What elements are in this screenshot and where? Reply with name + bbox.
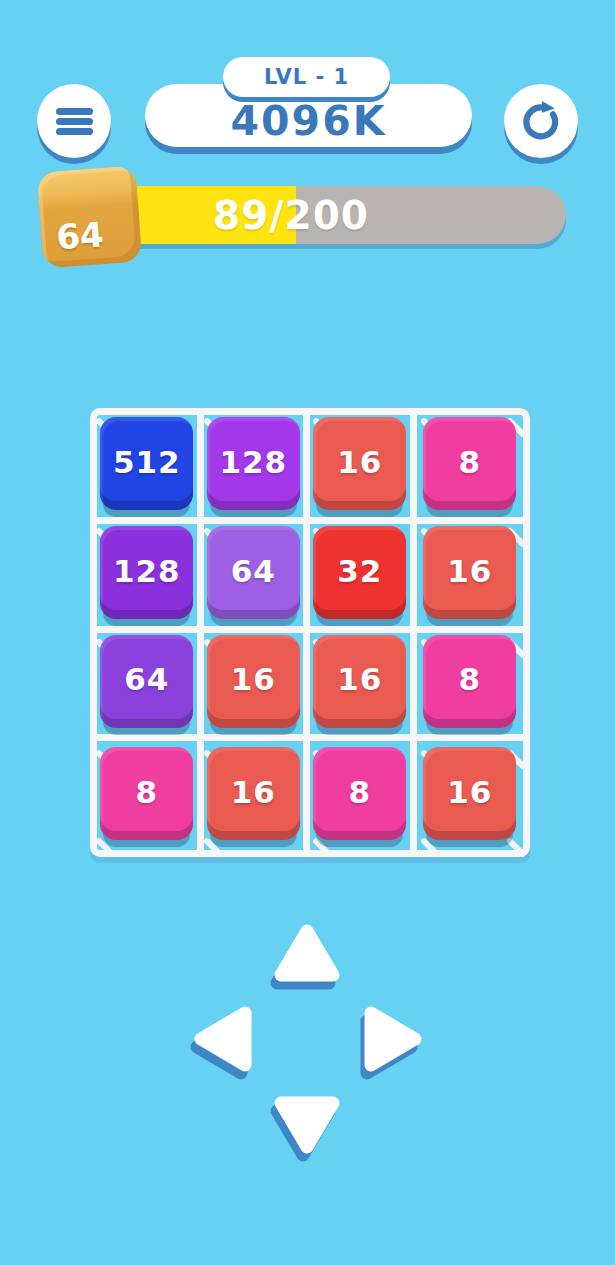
dpad-left-button[interactable] (189, 1003, 259, 1075)
hamburger-icon (56, 105, 93, 138)
dpad-right-button[interactable] (357, 1003, 427, 1075)
down-arrow-icon (272, 1088, 342, 1160)
tile-16: 16 (207, 635, 300, 728)
tile-16: 16 (313, 635, 406, 728)
board-cell: 64 (97, 633, 204, 742)
restart-button[interactable] (504, 84, 578, 158)
tile-32: 32 (313, 526, 406, 619)
tile-8: 8 (100, 747, 193, 840)
level-label: LVL - 1 (264, 65, 349, 89)
dpad-up-button[interactable] (272, 918, 342, 990)
tile-128: 128 (207, 417, 300, 510)
restart-icon (518, 98, 564, 144)
board-cell: 128 (204, 415, 311, 524)
board-cell: 128 (97, 524, 204, 633)
tile-16: 16 (313, 417, 406, 510)
game-screen: LVL - 1 4096K 89/200 64 5121281681286432… (0, 0, 615, 1265)
board-cell: 64 (204, 524, 311, 633)
board-cell: 16 (417, 524, 524, 633)
goal-progress-bar: 89/200 (100, 186, 566, 244)
tile-64: 64 (207, 526, 300, 619)
score-value: 4096K (231, 97, 387, 145)
goal-progress-label: 89/200 (100, 186, 524, 244)
board-cell: 8 (97, 741, 204, 850)
tile-8: 8 (423, 417, 516, 510)
tile-64: 64 (100, 635, 193, 728)
goal-cube-value: 64 (55, 214, 105, 257)
left-arrow-icon (189, 1003, 259, 1075)
board-cell: 16 (310, 633, 417, 742)
tile-16: 16 (423, 526, 516, 619)
board-cell: 8 (417, 415, 524, 524)
tile-8: 8 (313, 747, 406, 840)
board-cell: 16 (310, 415, 417, 524)
goal-cube: 64 (37, 166, 142, 269)
up-arrow-icon (272, 918, 342, 990)
board-grid[interactable]: 5121281681286432166416168816816 (90, 408, 530, 857)
dpad-down-button[interactable] (272, 1088, 342, 1160)
right-arrow-icon (357, 1003, 427, 1075)
tile-16: 16 (423, 747, 516, 840)
board-cell: 512 (97, 415, 204, 524)
tile-128: 128 (100, 526, 193, 619)
tile-512: 512 (100, 417, 193, 510)
board-cell: 16 (204, 741, 311, 850)
board-cell: 8 (310, 741, 417, 850)
tile-16: 16 (207, 747, 300, 840)
board-cell: 16 (204, 633, 311, 742)
board-cell: 8 (417, 633, 524, 742)
board-cell: 16 (417, 741, 524, 850)
tile-8: 8 (423, 635, 516, 728)
menu-button[interactable] (37, 84, 111, 158)
level-badge: LVL - 1 (223, 57, 390, 97)
board-cell: 32 (310, 524, 417, 633)
